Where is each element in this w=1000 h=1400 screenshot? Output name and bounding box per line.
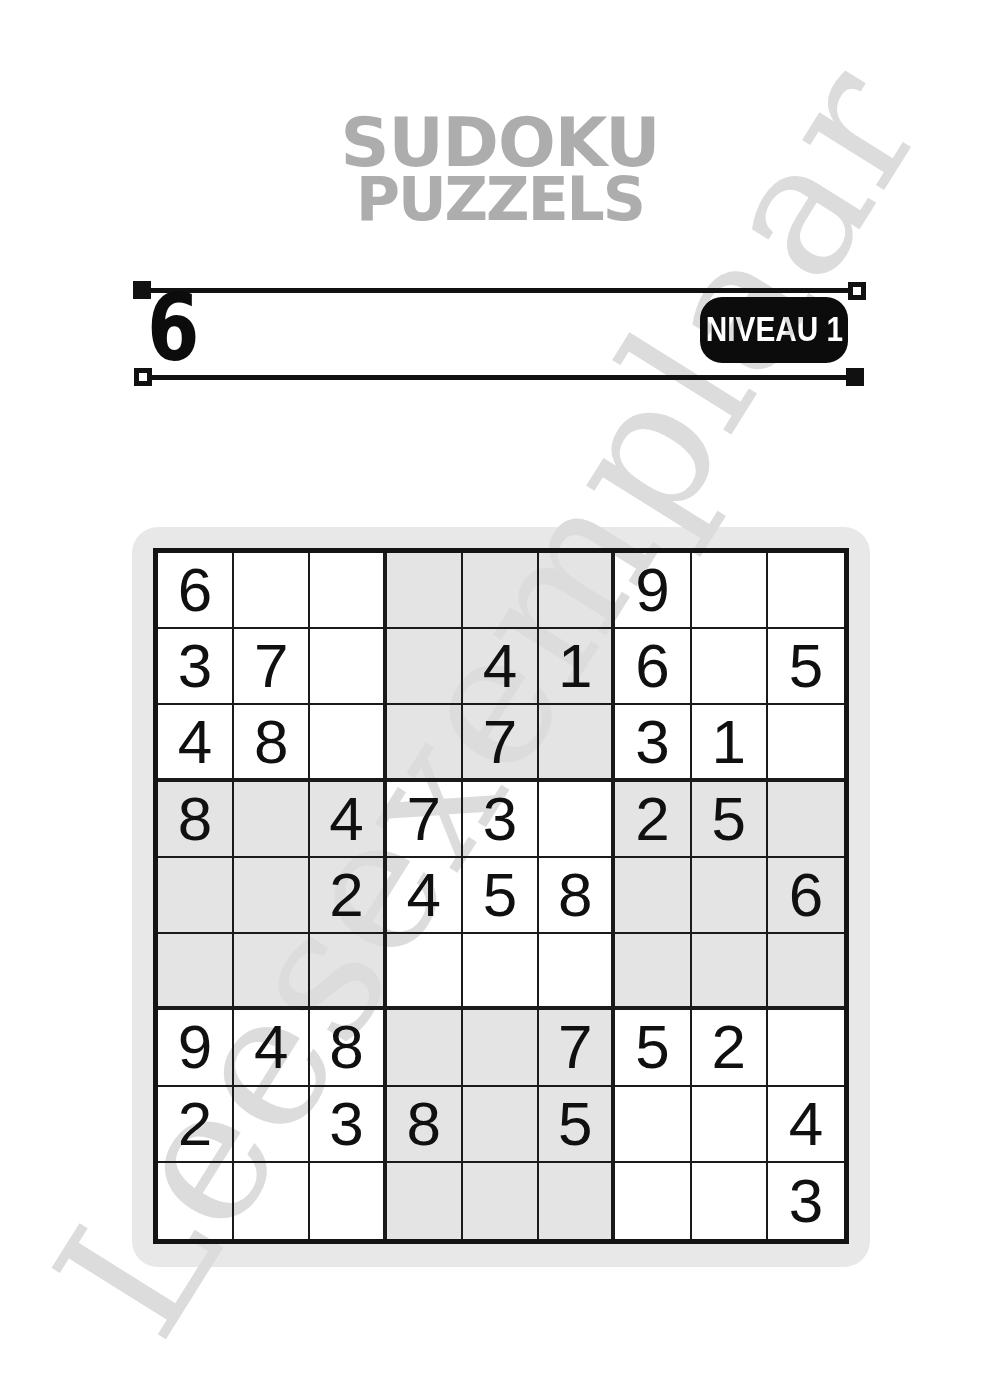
cell-r2c3 [310,629,386,705]
cell-r9c8 [692,1163,768,1239]
cell-r3c3 [310,705,386,781]
cell-r6c9 [768,934,844,1010]
cell-r5c3: 2 [310,858,386,934]
cell-r5c1 [158,858,234,934]
cell-r1c4 [387,553,463,629]
cell-r3c4 [387,705,463,781]
cell-r6c8 [692,934,768,1010]
cell-r8c1: 2 [158,1087,234,1163]
cell-r3c5: 7 [463,705,539,781]
page-title: SUDOKU PUZZELS [0,110,1000,229]
cell-r5c8 [692,858,768,934]
cell-r3c7: 3 [615,705,691,781]
cell-r6c5 [463,934,539,1010]
puzzle-number: 6 [147,283,199,375]
header-rule-top [150,288,852,293]
sudoku-grid: 693741654873184732524586948752238543 [153,548,849,1244]
cell-r5c7 [615,858,691,934]
cell-r9c3 [310,1163,386,1239]
cell-r2c1: 3 [158,629,234,705]
cell-r9c9: 3 [768,1163,844,1239]
cell-r5c9: 6 [768,858,844,934]
cell-r3c1: 4 [158,705,234,781]
cell-r4c7: 2 [615,782,691,858]
cell-r6c4 [387,934,463,1010]
cell-r3c2: 8 [234,705,310,781]
cell-r9c4 [387,1163,463,1239]
cell-r8c5 [463,1087,539,1163]
cell-r7c9 [768,1010,844,1086]
cell-r4c6 [539,782,615,858]
cell-r1c9 [768,553,844,629]
cell-r7c4 [387,1010,463,1086]
cell-r7c5 [463,1010,539,1086]
cell-r5c4: 4 [387,858,463,934]
cell-r2c5: 4 [463,629,539,705]
cell-r9c6 [539,1163,615,1239]
cell-r4c4: 7 [387,782,463,858]
cell-r3c8: 1 [692,705,768,781]
cell-r8c2 [234,1087,310,1163]
cell-r4c9 [768,782,844,858]
header-rule-bottom [150,375,850,380]
cell-r2c4 [387,629,463,705]
square-cap-open-top-right [848,282,866,300]
cell-r5c5: 5 [463,858,539,934]
cell-r1c3 [310,553,386,629]
cell-r7c7: 5 [615,1010,691,1086]
cell-r8c6: 5 [539,1087,615,1163]
cell-r6c2 [234,934,310,1010]
cell-r9c5 [463,1163,539,1239]
cell-r8c9: 4 [768,1087,844,1163]
cell-r4c2 [234,782,310,858]
cell-r1c8 [692,553,768,629]
cell-r4c5: 3 [463,782,539,858]
level-badge: NIVEAU 1 [700,297,848,363]
cell-r6c3 [310,934,386,1010]
square-cap-filled-bottom-right [846,368,864,386]
cell-r9c1 [158,1163,234,1239]
cell-r9c2 [234,1163,310,1239]
cell-r6c7 [615,934,691,1010]
cell-r8c4: 8 [387,1087,463,1163]
cell-r4c3: 4 [310,782,386,858]
cell-r5c2 [234,858,310,934]
cell-r3c9 [768,705,844,781]
cell-r9c7 [615,1163,691,1239]
cell-r7c3: 8 [310,1010,386,1086]
cell-r1c2 [234,553,310,629]
level-badge-label: NIVEAU 1 [705,310,842,350]
cell-r7c6: 7 [539,1010,615,1086]
cell-r5c6: 8 [539,858,615,934]
cell-r7c2: 4 [234,1010,310,1086]
cell-r1c5 [463,553,539,629]
cell-r2c9: 5 [768,629,844,705]
cell-r2c2: 7 [234,629,310,705]
cell-r4c8: 5 [692,782,768,858]
cell-r2c6: 1 [539,629,615,705]
cell-r1c1: 6 [158,553,234,629]
cell-r3c6 [539,705,615,781]
cell-r2c8 [692,629,768,705]
cell-r1c6 [539,553,615,629]
square-cap-open-bottom-left [134,368,152,386]
cell-r2c7: 6 [615,629,691,705]
cell-r6c6 [539,934,615,1010]
cell-r7c8: 2 [692,1010,768,1086]
cell-r6c1 [158,934,234,1010]
title-line-2: PUZZELS [0,171,1000,229]
cell-r4c1: 8 [158,782,234,858]
cell-r8c3: 3 [310,1087,386,1163]
cell-r8c7 [615,1087,691,1163]
cell-r8c8 [692,1087,768,1163]
page: SUDOKU PUZZELS 6 NIVEAU 1 69374165487318… [0,0,1000,1400]
cell-r1c7: 9 [615,553,691,629]
cell-r7c1: 9 [158,1010,234,1086]
